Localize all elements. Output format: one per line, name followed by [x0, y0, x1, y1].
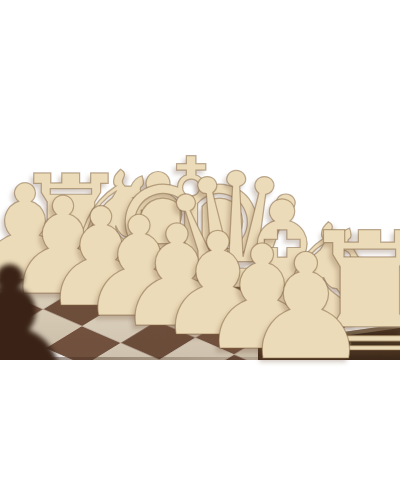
piece-white-pawn-a2[interactable]: ♟ [241, 234, 372, 380]
piece-black-pawn-foreground[interactable]: ♟ [0, 248, 84, 360]
photo-frame: 3 ♟ ♜♞♝♚♛♝♞♜♟♟♟♟♟♟♟♟ [0, 0, 400, 498]
